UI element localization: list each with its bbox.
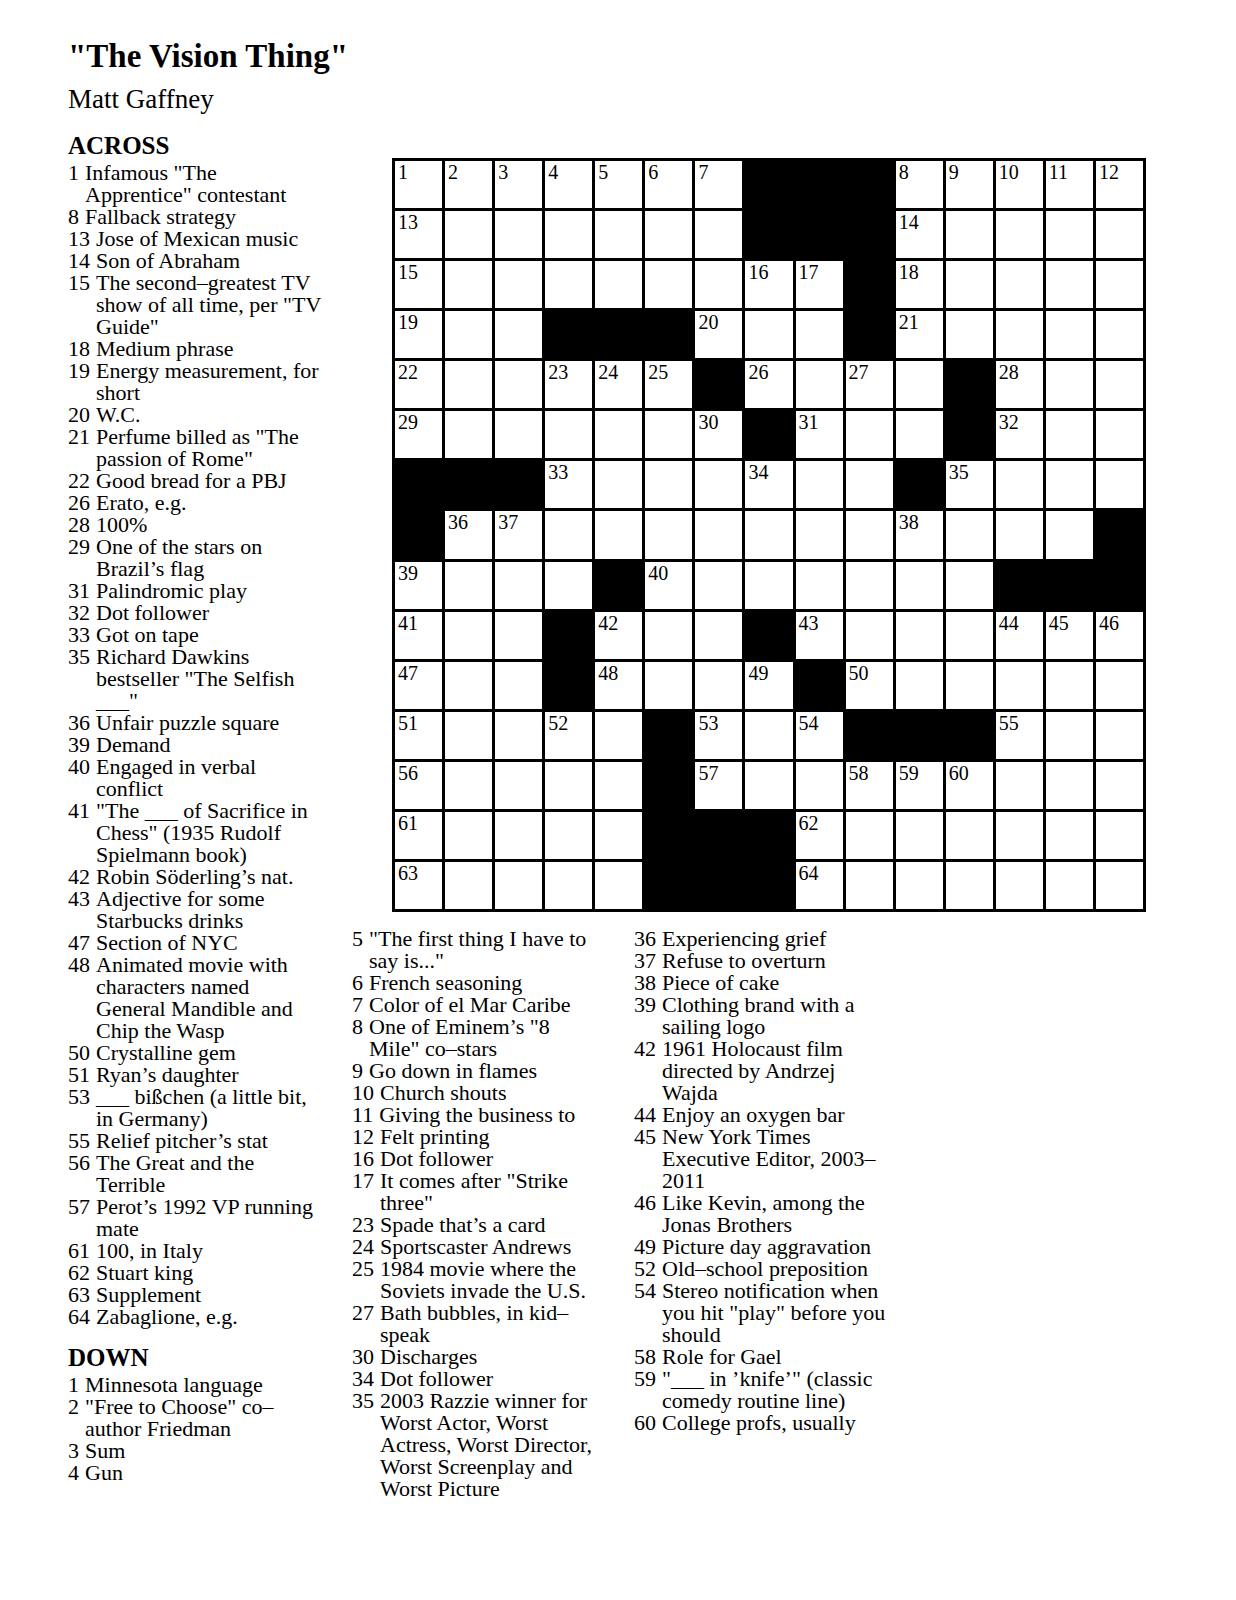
white-cell[interactable]: [1046, 511, 1093, 558]
white-cell[interactable]: [1096, 461, 1143, 508]
white-cell[interactable]: [495, 562, 542, 609]
clue-item: 50Crystalline gem: [68, 1042, 322, 1064]
white-cell[interactable]: [545, 862, 592, 909]
white-cell[interactable]: 53: [695, 712, 742, 759]
clue-item: 52Old–school preposition: [634, 1258, 892, 1280]
clue-number: 59: [634, 1368, 656, 1412]
black-cell: [645, 762, 692, 809]
white-cell[interactable]: [1046, 361, 1093, 408]
clue-number: 8: [352, 1016, 363, 1060]
clue-text: Palindromic play: [96, 580, 322, 602]
clue-number: 35: [68, 646, 90, 712]
white-cell[interactable]: 13: [395, 211, 442, 258]
white-cell[interactable]: [445, 261, 492, 308]
black-cell: [545, 612, 592, 659]
white-cell[interactable]: [996, 812, 1043, 859]
cell-number: 24: [598, 361, 618, 383]
clue-number: 23: [352, 1214, 374, 1236]
white-cell[interactable]: 32: [996, 411, 1043, 458]
white-cell[interactable]: [946, 311, 993, 358]
clue-text: "The ___ of Sacrifice in Chess" (1935 Ru…: [96, 800, 322, 866]
white-cell[interactable]: [896, 562, 943, 609]
white-cell[interactable]: [595, 261, 642, 308]
clue-item: 29One of the stars on Brazil’s flag: [68, 536, 322, 580]
white-cell[interactable]: [946, 662, 993, 709]
clue-text: Jose of Mexican music: [96, 228, 322, 250]
white-cell[interactable]: 18: [896, 261, 943, 308]
white-cell[interactable]: 35: [946, 461, 993, 508]
cell-number: 37: [498, 511, 518, 533]
white-cell[interactable]: [545, 211, 592, 258]
white-cell[interactable]: [445, 562, 492, 609]
white-cell[interactable]: [445, 411, 492, 458]
white-cell[interactable]: [545, 411, 592, 458]
clue-text: College profs, usually: [662, 1412, 892, 1434]
white-cell[interactable]: [796, 361, 843, 408]
cell-number: 33: [548, 461, 568, 483]
white-cell[interactable]: 16: [745, 261, 792, 308]
clue-text: Crystalline gem: [96, 1042, 322, 1064]
white-cell[interactable]: [896, 662, 943, 709]
white-cell[interactable]: [1096, 762, 1143, 809]
white-cell[interactable]: 19: [395, 311, 442, 358]
clue-text: It comes after "Strike three": [380, 1170, 604, 1214]
white-cell[interactable]: 38: [896, 511, 943, 558]
clue-number: 9: [352, 1060, 363, 1082]
down-clue-list-right: 36Experiencing grief37Refuse to overturn…: [634, 928, 892, 1434]
clue-item: 46Like Kevin, among the Jonas Brothers: [634, 1192, 892, 1236]
cell-number: 63: [398, 862, 418, 884]
white-cell[interactable]: [996, 862, 1043, 909]
white-cell[interactable]: [495, 712, 542, 759]
white-cell[interactable]: 10: [996, 161, 1043, 208]
white-cell[interactable]: 4: [545, 161, 592, 208]
white-cell[interactable]: 24: [595, 361, 642, 408]
white-cell[interactable]: [946, 562, 993, 609]
white-cell[interactable]: 29: [395, 411, 442, 458]
white-cell[interactable]: [445, 662, 492, 709]
white-cell[interactable]: [495, 662, 542, 709]
white-cell[interactable]: [745, 511, 792, 558]
black-cell: [745, 211, 792, 258]
clue-text: Son of Abraham: [96, 250, 322, 272]
white-cell[interactable]: [695, 511, 742, 558]
white-cell[interactable]: 51: [395, 712, 442, 759]
cell-number: 44: [999, 612, 1019, 634]
white-cell[interactable]: [495, 762, 542, 809]
white-cell[interactable]: [1096, 411, 1143, 458]
cell-number: 16: [748, 261, 768, 283]
clue-item: 1Infamous "The Apprentice" contestant: [68, 162, 322, 206]
white-cell[interactable]: 6: [645, 161, 692, 208]
white-cell[interactable]: [545, 511, 592, 558]
white-cell[interactable]: [695, 211, 742, 258]
white-cell[interactable]: 42: [595, 612, 642, 659]
white-cell[interactable]: [996, 211, 1043, 258]
cell-number: 25: [648, 361, 668, 383]
white-cell[interactable]: 1: [395, 161, 442, 208]
white-cell[interactable]: 25: [645, 361, 692, 408]
white-cell[interactable]: [1046, 712, 1093, 759]
clue-item: 8One of Eminem’s "8 Mile" co–stars: [352, 1016, 604, 1060]
clue-number: 12: [352, 1126, 374, 1148]
clue-text: Experiencing grief: [662, 928, 892, 950]
clue-number: 20: [68, 404, 90, 426]
black-cell: [796, 161, 843, 208]
white-cell[interactable]: [846, 862, 893, 909]
white-cell[interactable]: 22: [395, 361, 442, 408]
white-cell[interactable]: [445, 762, 492, 809]
white-cell[interactable]: [996, 311, 1043, 358]
white-cell[interactable]: [545, 762, 592, 809]
white-cell[interactable]: [846, 511, 893, 558]
white-cell[interactable]: 43: [796, 612, 843, 659]
white-cell[interactable]: 8: [896, 161, 943, 208]
white-cell[interactable]: [745, 562, 792, 609]
white-cell[interactable]: 50: [846, 662, 893, 709]
white-cell[interactable]: [645, 511, 692, 558]
white-cell[interactable]: [996, 461, 1043, 508]
cell-number: 30: [698, 411, 718, 433]
white-cell[interactable]: [846, 562, 893, 609]
white-cell[interactable]: [846, 812, 893, 859]
white-cell[interactable]: [896, 361, 943, 408]
white-cell[interactable]: [445, 712, 492, 759]
cell-number: 1: [398, 161, 408, 183]
white-cell[interactable]: 45: [1046, 612, 1093, 659]
white-cell[interactable]: [695, 461, 742, 508]
clue-text: Fallback strategy: [85, 206, 322, 228]
white-cell[interactable]: 34: [745, 461, 792, 508]
clue-number: 35: [352, 1390, 374, 1500]
cell-number: 61: [398, 812, 418, 834]
white-cell[interactable]: [1046, 311, 1093, 358]
white-cell[interactable]: [445, 812, 492, 859]
white-cell[interactable]: [946, 261, 993, 308]
white-cell[interactable]: [1096, 311, 1143, 358]
white-cell[interactable]: [796, 461, 843, 508]
white-cell[interactable]: 20: [695, 311, 742, 358]
clue-text: Adjective for some Starbucks drinks: [96, 888, 322, 932]
white-cell[interactable]: [495, 612, 542, 659]
white-cell[interactable]: 46: [1096, 612, 1143, 659]
white-cell[interactable]: [896, 862, 943, 909]
white-cell[interactable]: 23: [545, 361, 592, 408]
white-cell[interactable]: 39: [395, 562, 442, 609]
down-header: DOWN: [68, 1344, 322, 1372]
clue-number: 10: [352, 1082, 374, 1104]
white-cell[interactable]: [1096, 361, 1143, 408]
black-cell: [846, 311, 893, 358]
white-cell[interactable]: [645, 211, 692, 258]
white-cell[interactable]: 2: [445, 161, 492, 208]
clue-item: 42Robin Söderling’s nat.: [68, 866, 322, 888]
white-cell[interactable]: [495, 411, 542, 458]
black-cell: [645, 712, 692, 759]
clue-item: 36Experiencing grief: [634, 928, 892, 950]
white-cell[interactable]: 12: [1096, 161, 1143, 208]
white-cell[interactable]: [495, 311, 542, 358]
white-cell[interactable]: 36: [445, 511, 492, 558]
white-cell[interactable]: [495, 812, 542, 859]
clue-text: Dot follower: [380, 1148, 604, 1170]
clue-item: 32Dot follower: [68, 602, 322, 624]
white-cell[interactable]: [1046, 662, 1093, 709]
white-cell[interactable]: [946, 211, 993, 258]
white-cell[interactable]: [695, 562, 742, 609]
white-cell[interactable]: [595, 712, 642, 759]
cell-number: 4: [548, 161, 558, 183]
white-cell[interactable]: [846, 411, 893, 458]
white-cell[interactable]: [545, 812, 592, 859]
white-cell[interactable]: [595, 862, 642, 909]
clue-text: Enjoy an oxygen bar: [662, 1104, 892, 1126]
across-header: ACROSS: [68, 132, 322, 160]
white-cell[interactable]: 33: [545, 461, 592, 508]
clue-number: 17: [352, 1170, 374, 1214]
white-cell[interactable]: 28: [996, 361, 1043, 408]
white-cell[interactable]: [1096, 862, 1143, 909]
cell-number: 5: [598, 161, 608, 183]
white-cell[interactable]: 30: [695, 411, 742, 458]
clue-number: 38: [634, 972, 656, 994]
black-cell: [695, 361, 742, 408]
clue-number: 27: [352, 1302, 374, 1346]
white-cell[interactable]: [896, 812, 943, 859]
white-cell[interactable]: 17: [796, 261, 843, 308]
white-cell[interactable]: [1096, 211, 1143, 258]
clue-number: 53: [68, 1086, 90, 1130]
white-cell[interactable]: [946, 511, 993, 558]
white-cell[interactable]: 61: [395, 812, 442, 859]
puzzle-author: Matt Gaffney: [68, 84, 214, 114]
white-cell[interactable]: [1046, 862, 1093, 909]
white-cell[interactable]: [896, 411, 943, 458]
white-cell[interactable]: 60: [946, 762, 993, 809]
white-cell[interactable]: [445, 311, 492, 358]
white-cell[interactable]: [645, 662, 692, 709]
clue-text: Clothing brand with a sailing logo: [662, 994, 892, 1038]
clue-item: 49Picture day aggravation: [634, 1236, 892, 1258]
white-cell[interactable]: 63: [395, 862, 442, 909]
white-cell[interactable]: [846, 612, 893, 659]
white-cell[interactable]: [1046, 411, 1093, 458]
clue-number: 4: [68, 1462, 79, 1484]
white-cell[interactable]: [645, 261, 692, 308]
white-cell[interactable]: 62: [796, 812, 843, 859]
white-cell[interactable]: [796, 511, 843, 558]
clue-text: Felt printing: [380, 1126, 604, 1148]
white-cell[interactable]: 3: [495, 161, 542, 208]
clue-number: 51: [68, 1064, 90, 1086]
clue-item: 40Engaged in verbal conflict: [68, 756, 322, 800]
white-cell[interactable]: [1046, 261, 1093, 308]
white-cell[interactable]: 40: [645, 562, 692, 609]
white-cell[interactable]: [946, 862, 993, 909]
clue-item: 19Energy measurement, for short: [68, 360, 322, 404]
white-cell[interactable]: [595, 511, 642, 558]
cell-number: 54: [799, 712, 819, 734]
white-cell[interactable]: [996, 762, 1043, 809]
white-cell[interactable]: 5: [595, 161, 642, 208]
clue-number: 5: [352, 928, 363, 972]
white-cell[interactable]: 54: [796, 712, 843, 759]
white-cell[interactable]: [445, 612, 492, 659]
down-clue-list-left: 1Minnesota language2"Free to Choose" co–…: [68, 1374, 322, 1484]
white-cell[interactable]: [745, 311, 792, 358]
black-cell: [796, 211, 843, 258]
clue-text: Good bread for a PBJ: [96, 470, 322, 492]
clue-text: Unfair puzzle square: [96, 712, 322, 734]
clue-text: The Great and the Terrible: [96, 1152, 322, 1196]
white-cell[interactable]: [1046, 812, 1093, 859]
clue-text: Sportscaster Andrews: [380, 1236, 604, 1258]
white-cell[interactable]: [896, 612, 943, 659]
white-cell[interactable]: 26: [745, 361, 792, 408]
white-cell[interactable]: [595, 211, 642, 258]
white-cell[interactable]: [796, 562, 843, 609]
white-cell[interactable]: [545, 261, 592, 308]
cell-number: 53: [698, 712, 718, 734]
white-cell[interactable]: [745, 762, 792, 809]
clue-number: 18: [68, 338, 90, 360]
white-cell[interactable]: [796, 762, 843, 809]
white-cell[interactable]: [1046, 211, 1093, 258]
clue-item: 37Refuse to overturn: [634, 950, 892, 972]
white-cell[interactable]: [1046, 762, 1093, 809]
cell-number: 15: [398, 261, 418, 283]
clue-number: 41: [68, 800, 90, 866]
white-cell[interactable]: [495, 261, 542, 308]
black-cell: [1096, 562, 1143, 609]
black-cell: [545, 662, 592, 709]
white-cell[interactable]: 47: [395, 662, 442, 709]
white-cell[interactable]: 58: [846, 762, 893, 809]
clue-text: "___ in ’knife’" (classic comedy routine…: [662, 1368, 892, 1412]
white-cell[interactable]: 31: [796, 411, 843, 458]
white-cell[interactable]: [595, 812, 642, 859]
clue-item: 43Adjective for some Starbucks drinks: [68, 888, 322, 932]
white-cell[interactable]: 11: [1046, 161, 1093, 208]
cell-number: 18: [899, 261, 919, 283]
white-cell[interactable]: [946, 812, 993, 859]
white-cell[interactable]: [495, 211, 542, 258]
white-cell[interactable]: 55: [996, 712, 1043, 759]
white-cell[interactable]: [645, 461, 692, 508]
cell-number: 17: [799, 261, 819, 283]
clue-item: 23Spade that’s a card: [352, 1214, 604, 1236]
white-cell[interactable]: 49: [745, 662, 792, 709]
white-cell[interactable]: [996, 511, 1043, 558]
cell-number: 36: [448, 511, 468, 533]
black-cell: [695, 862, 742, 909]
white-cell[interactable]: 41: [395, 612, 442, 659]
cell-number: 20: [698, 311, 718, 333]
clue-item: 21Perfume billed as "The passion of Rome…: [68, 426, 322, 470]
black-cell: [445, 461, 492, 508]
white-cell[interactable]: [846, 461, 893, 508]
white-cell[interactable]: 14: [896, 211, 943, 258]
clue-number: 32: [68, 602, 90, 624]
clue-number: 33: [68, 624, 90, 646]
clue-text: Medium phrase: [96, 338, 322, 360]
white-cell[interactable]: [1096, 712, 1143, 759]
clue-item: 41"The ___ of Sacrifice in Chess" (1935 …: [68, 800, 322, 866]
white-cell[interactable]: [445, 862, 492, 909]
clue-item: 38Piece of cake: [634, 972, 892, 994]
white-cell[interactable]: [595, 411, 642, 458]
white-cell[interactable]: 48: [595, 662, 642, 709]
white-cell[interactable]: [1096, 812, 1143, 859]
cell-number: 27: [849, 361, 869, 383]
white-cell[interactable]: 52: [545, 712, 592, 759]
white-cell[interactable]: [445, 211, 492, 258]
white-cell[interactable]: [796, 311, 843, 358]
white-cell[interactable]: [495, 361, 542, 408]
white-cell[interactable]: [1096, 662, 1143, 709]
clue-number: 64: [68, 1306, 90, 1328]
white-cell[interactable]: [996, 261, 1043, 308]
white-cell[interactable]: [595, 762, 642, 809]
black-cell: [846, 261, 893, 308]
white-cell[interactable]: [645, 411, 692, 458]
clue-item: 48Animated movie with characters named G…: [68, 954, 322, 1042]
white-cell[interactable]: [745, 712, 792, 759]
clue-text: 2003 Razzie winner for Worst Actor, Wors…: [380, 1390, 604, 1500]
black-cell: [796, 662, 843, 709]
white-cell[interactable]: [445, 361, 492, 408]
white-cell[interactable]: 27: [846, 361, 893, 408]
cell-number: 41: [398, 612, 418, 634]
cell-number: 55: [999, 712, 1019, 734]
clue-text: 1984 movie where the Soviets invade the …: [380, 1258, 604, 1302]
clue-number: 54: [634, 1280, 656, 1346]
white-cell[interactable]: 7: [695, 161, 742, 208]
white-cell[interactable]: [495, 862, 542, 909]
white-cell[interactable]: 56: [395, 762, 442, 809]
white-cell[interactable]: 9: [946, 161, 993, 208]
white-cell[interactable]: [1046, 461, 1093, 508]
white-cell[interactable]: [996, 662, 1043, 709]
clue-item: 4Gun: [68, 1462, 322, 1484]
white-cell[interactable]: 64: [796, 862, 843, 909]
white-cell[interactable]: [595, 461, 642, 508]
white-cell[interactable]: 21: [896, 311, 943, 358]
cell-number: 7: [698, 161, 708, 183]
white-cell[interactable]: [545, 562, 592, 609]
white-cell[interactable]: [695, 612, 742, 659]
white-cell[interactable]: 44: [996, 612, 1043, 659]
white-cell[interactable]: [1096, 261, 1143, 308]
white-cell[interactable]: [695, 261, 742, 308]
clue-item: 13Jose of Mexican music: [68, 228, 322, 250]
clue-number: 6: [352, 972, 363, 994]
white-cell[interactable]: 59: [896, 762, 943, 809]
clue-text: Dot follower: [380, 1368, 604, 1390]
clue-number: 39: [634, 994, 656, 1038]
clue-text: The second–greatest TV show of all time,…: [96, 272, 322, 338]
cell-number: 3: [498, 161, 508, 183]
white-cell[interactable]: 57: [695, 762, 742, 809]
white-cell[interactable]: 15: [395, 261, 442, 308]
clue-text: Engaged in verbal conflict: [96, 756, 322, 800]
white-cell[interactable]: [946, 612, 993, 659]
cell-number: 19: [398, 311, 418, 333]
white-cell[interactable]: [695, 662, 742, 709]
white-cell[interactable]: 37: [495, 511, 542, 558]
clue-item: 63Supplement: [68, 1284, 322, 1306]
white-cell[interactable]: [645, 612, 692, 659]
